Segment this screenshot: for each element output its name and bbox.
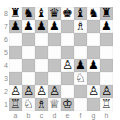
- rank-label-1: 1: [0, 98, 9, 111]
- square-e6[interactable]: [61, 33, 74, 46]
- file-label-b: b: [22, 111, 35, 120]
- square-h6[interactable]: [100, 33, 113, 46]
- piece-white-pawn-g2[interactable]: ♙: [88, 85, 99, 98]
- piece-white-rook-a1[interactable]: ♖: [10, 98, 21, 111]
- square-d4[interactable]: [48, 59, 61, 72]
- piece-white-bishop-c1[interactable]: ♗: [36, 98, 47, 111]
- square-e7[interactable]: [61, 20, 74, 33]
- square-c1[interactable]: ♗: [35, 98, 48, 111]
- piece-white-bishop-f7[interactable]: ♗: [75, 20, 86, 33]
- piece-white-pawn-e4[interactable]: ♙: [62, 59, 73, 72]
- file-label-g: g: [87, 111, 100, 120]
- square-d6[interactable]: [48, 33, 61, 46]
- rank-label-7: 7: [0, 20, 9, 33]
- square-b7[interactable]: ♟: [22, 20, 35, 33]
- rank-label-3: 3: [0, 72, 9, 85]
- square-h1[interactable]: ♖: [100, 98, 113, 111]
- rank-label-2: 2: [0, 85, 9, 98]
- square-c5[interactable]: [35, 46, 48, 59]
- square-g1[interactable]: [87, 98, 100, 111]
- square-g7[interactable]: [87, 20, 100, 33]
- rank-label-6: 6: [0, 33, 9, 46]
- piece-black-knight-g8[interactable]: ♞: [88, 7, 99, 20]
- rank-labels: 87654321: [0, 7, 9, 111]
- rank-label-5: 5: [0, 46, 9, 59]
- piece-white-knight-b1[interactable]: ♘: [23, 98, 34, 111]
- piece-black-king-e8[interactable]: ♚: [62, 7, 73, 20]
- file-label-f: f: [74, 111, 87, 120]
- piece-white-queen-d1[interactable]: ♕: [49, 98, 60, 111]
- square-g6[interactable]: [87, 33, 100, 46]
- square-f3[interactable]: ♘: [74, 72, 87, 85]
- square-f6[interactable]: [74, 33, 87, 46]
- square-a7[interactable]: ♟: [9, 20, 22, 33]
- square-h7[interactable]: ♟: [100, 20, 113, 33]
- square-g4[interactable]: ♟: [87, 59, 100, 72]
- square-e3[interactable]: [61, 72, 74, 85]
- piece-white-knight-f3[interactable]: ♘: [75, 72, 86, 85]
- square-c4[interactable]: [35, 59, 48, 72]
- piece-black-pawn-d7[interactable]: ♟: [49, 20, 60, 33]
- piece-black-pawn-a7[interactable]: ♟: [10, 20, 21, 33]
- piece-white-king-e1[interactable]: ♔: [62, 98, 73, 111]
- square-a1[interactable]: ♖: [9, 98, 22, 111]
- square-b5[interactable]: [22, 46, 35, 59]
- square-e4[interactable]: ♙: [61, 59, 74, 72]
- square-h4[interactable]: [100, 59, 113, 72]
- square-a6[interactable]: [9, 33, 22, 46]
- file-label-e: e: [61, 111, 74, 120]
- file-label-c: c: [35, 111, 48, 120]
- piece-black-pawn-h7[interactable]: ♟: [101, 20, 112, 33]
- piece-white-rook-h1[interactable]: ♖: [101, 98, 112, 111]
- square-a4[interactable]: [9, 59, 22, 72]
- square-a5[interactable]: [9, 46, 22, 59]
- square-b4[interactable]: [22, 59, 35, 72]
- square-c7[interactable]: ♟: [35, 20, 48, 33]
- square-g2[interactable]: ♙: [87, 85, 100, 98]
- square-e1[interactable]: ♔: [61, 98, 74, 111]
- square-g8[interactable]: ♞: [87, 7, 100, 20]
- square-b6[interactable]: [22, 33, 35, 46]
- chess-board-diagram: 87654321 ♜♞♝♛♚♝♞♜♟♟♟♟♗♟♙♟♟♘♙♙♙♙♙♙♖♘♗♕♔♖ …: [0, 0, 120, 120]
- file-label-h: h: [100, 111, 113, 120]
- piece-black-pawn-g4[interactable]: ♟: [88, 59, 99, 72]
- file-label-d: d: [48, 111, 61, 120]
- square-d1[interactable]: ♕: [48, 98, 61, 111]
- square-f2[interactable]: [74, 85, 87, 98]
- piece-black-pawn-b7[interactable]: ♟: [23, 20, 34, 33]
- square-f1[interactable]: [74, 98, 87, 111]
- square-e8[interactable]: ♚: [61, 7, 74, 20]
- chess-board: ♜♞♝♛♚♝♞♜♟♟♟♟♗♟♙♟♟♘♙♙♙♙♙♙♖♘♗♕♔♖: [9, 7, 113, 111]
- square-f7[interactable]: ♗: [74, 20, 87, 33]
- square-d5[interactable]: [48, 46, 61, 59]
- rank-label-8: 8: [0, 7, 9, 20]
- file-labels: abcdefgh: [9, 111, 113, 120]
- square-b1[interactable]: ♘: [22, 98, 35, 111]
- piece-black-pawn-c7[interactable]: ♟: [36, 20, 47, 33]
- square-h5[interactable]: [100, 46, 113, 59]
- rank-label-4: 4: [0, 59, 9, 72]
- file-label-a: a: [9, 111, 22, 120]
- square-d7[interactable]: ♟: [48, 20, 61, 33]
- square-c6[interactable]: [35, 33, 48, 46]
